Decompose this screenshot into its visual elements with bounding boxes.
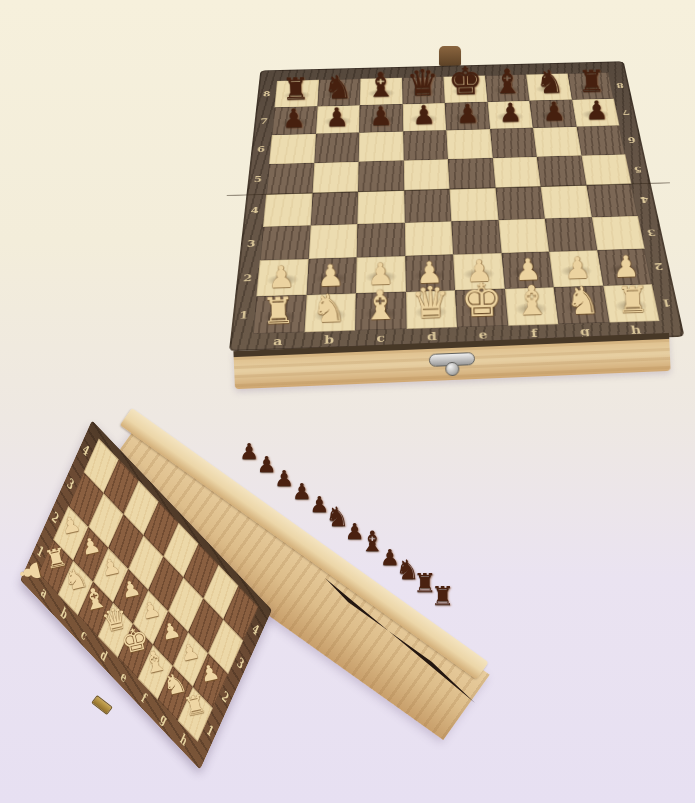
clasp-knob-icon — [445, 362, 460, 377]
square-c6 — [359, 131, 404, 161]
piece-black-queen-d8: ♛ — [406, 64, 440, 101]
piece-black-pawn-g7: ♟ — [542, 98, 566, 125]
piece-black-pawn-a7: ♟ — [281, 105, 305, 132]
rank-label-2: 2 — [235, 260, 260, 296]
square-g3 — [545, 217, 597, 252]
standing-black-rook-12: ♜ — [431, 583, 454, 609]
piece-black-pawn-c7: ♟ — [368, 103, 392, 130]
square-b5 — [312, 161, 359, 193]
square-b3 — [308, 224, 357, 259]
piece-white-bishop-c1: ♝ — [361, 285, 399, 327]
piece-white-rook-h1: ♜ — [616, 281, 650, 318]
square-b7: ♟ — [316, 105, 360, 134]
folded-file-label-d: d — [99, 647, 110, 666]
folded-rank-label-3: 3 — [235, 654, 246, 673]
square-f4 — [495, 187, 545, 220]
square-e1: ♚ — [455, 288, 508, 327]
brass-hinge-icon — [91, 695, 113, 715]
square-d1: ♛ — [406, 290, 458, 329]
piece-black-pawn-e7: ♟ — [455, 100, 479, 127]
square-g6 — [533, 127, 581, 157]
folded-file-label-e: e — [119, 668, 129, 686]
open-board-scene: ♜♞♝♛♚♝♞♜♟♟♟♟♟♟♟♟♟♟♟♟♟♟♟♟♜♞♝♛♚♝♞♜ 8765432… — [228, 6, 688, 418]
square-f1: ♝ — [504, 287, 558, 326]
folded-file-label-f: f — [139, 690, 148, 707]
clasp — [426, 352, 479, 384]
square-a5 — [266, 163, 314, 195]
piece-black-knight-g8: ♞ — [535, 65, 565, 98]
rank-label-6: 6 — [250, 135, 272, 165]
chess-board-open: ♜♞♝♛♚♝♞♜♟♟♟♟♟♟♟♟♟♟♟♟♟♟♟♟♜♞♝♛♚♝♞♜ 8765432… — [229, 61, 685, 351]
folded-board-scene: ♟♟♟♟♟♞♟♝♟♞♜♜ abcdefgh44332211 ♟♟♟♟♟♟♟♟♜♞… — [0, 400, 695, 803]
square-h1: ♜ — [603, 284, 660, 323]
square-b4 — [310, 192, 358, 225]
square-h6 — [576, 125, 625, 155]
piece-white-king-e1: ♚ — [460, 276, 503, 324]
square-e3 — [451, 220, 501, 255]
piece-white-knight-g1: ♞ — [565, 281, 600, 320]
piece-black-rook-h8: ♜ — [578, 66, 606, 97]
piece-white-pawn-h2: ♟ — [613, 251, 640, 281]
piece-black-rook-a8: ♜ — [281, 73, 309, 104]
piece-black-bishop-c8: ♝ — [365, 68, 396, 103]
square-c3 — [357, 222, 405, 257]
square-b1: ♞ — [304, 293, 356, 332]
square-f7: ♟ — [487, 101, 533, 129]
rank-label-8: 8 — [256, 81, 277, 108]
square-c5 — [358, 160, 404, 192]
folded-file-label-g: g — [158, 710, 169, 729]
rank-label-3: 3 — [239, 227, 263, 261]
square-e7: ♟ — [445, 102, 490, 131]
piece-white-pawn-a2: ♟ — [267, 262, 295, 293]
piece-black-pawn-h7: ♟ — [585, 97, 609, 124]
square-d4 — [404, 189, 451, 222]
rank-label-4: 4 — [243, 194, 266, 227]
square-a1: ♜ — [253, 295, 306, 334]
folded-rank-label-2: 2 — [220, 687, 231, 706]
piece-white-rook-a1: ♜ — [261, 292, 295, 330]
piece-black-king-e8: ♚ — [447, 61, 483, 101]
folded-file-label-a: a — [39, 584, 50, 602]
piece-white-queen-d1: ♛ — [411, 280, 451, 325]
piece-black-knight-b8: ♞ — [323, 70, 353, 103]
folded-rank-label-4: 4 — [251, 620, 262, 639]
square-d7: ♟ — [402, 103, 446, 132]
piece-black-pawn-d7: ♟ — [412, 102, 436, 129]
product-photo-canvas: ♜♞♝♛♚♝♞♜♟♟♟♟♟♟♟♟♟♟♟♟♟♟♟♟♜♞♝♛♚♝♞♜ 8765432… — [0, 0, 695, 803]
square-d6 — [403, 130, 448, 160]
rank-label-5: 5 — [246, 164, 269, 195]
square-a7: ♟ — [272, 106, 317, 135]
square-e5 — [448, 158, 495, 189]
folded-white-pawn-b2: ♟ — [79, 535, 102, 560]
square-f5 — [492, 156, 540, 187]
folded-file-label-c: c — [79, 626, 89, 644]
folded-white-pawn-a2: ♟ — [59, 514, 82, 539]
square-b6 — [314, 133, 359, 163]
rank-label-7: 7 — [253, 107, 274, 135]
folded-file-label-b: b — [59, 604, 70, 623]
square-d5 — [403, 159, 449, 191]
square-c1: ♝ — [355, 291, 406, 330]
folded-white-pawn-c2: ♟ — [99, 556, 122, 581]
square-g5 — [537, 155, 586, 186]
square-a3 — [260, 225, 310, 260]
square-h3 — [591, 216, 644, 251]
square-f3 — [498, 218, 549, 253]
square-a4 — [263, 193, 312, 226]
piece-white-knight-b1: ♞ — [311, 289, 347, 329]
square-g7: ♟ — [529, 99, 576, 127]
square-a6 — [269, 134, 316, 164]
square-c7: ♟ — [359, 104, 403, 133]
open-board-grid: ♜♞♝♛♚♝♞♜♟♟♟♟♟♟♟♟♟♟♟♟♟♟♟♟♜♞♝♛♚♝♞♜ — [253, 72, 660, 333]
piece-white-bishop-f1: ♝ — [513, 280, 550, 321]
folded-rank-label-1: 1 — [205, 721, 216, 740]
folded-white-pawn-d2: ♟ — [119, 577, 142, 602]
square-h4 — [586, 184, 638, 217]
board-frame: ♜♞♝♛♚♝♞♜♟♟♟♟♟♟♟♟♟♟♟♟♟♟♟♟♜♞♝♛♚♝♞♜ 8765432… — [229, 61, 685, 351]
square-c4 — [357, 191, 404, 224]
square-h5 — [581, 154, 631, 185]
folded-file-label-h: h — [178, 731, 189, 750]
square-g4 — [541, 185, 592, 218]
square-h7: ♟ — [572, 98, 620, 126]
square-d3 — [404, 221, 453, 256]
square-e6 — [446, 129, 492, 159]
square-g1: ♞ — [554, 285, 609, 324]
piece-black-bishop-f8: ♝ — [492, 64, 523, 98]
square-e4 — [450, 188, 499, 221]
piece-black-pawn-b7: ♟ — [325, 104, 349, 131]
square-f6 — [490, 128, 537, 158]
piece-black-pawn-f7: ♟ — [499, 99, 523, 126]
folded-white-pawn-f2: ♟ — [159, 619, 182, 644]
